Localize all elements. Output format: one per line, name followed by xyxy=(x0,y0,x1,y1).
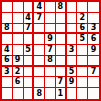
cell-r2c6[interactable] xyxy=(56,13,67,24)
cell-r1c8[interactable] xyxy=(77,2,88,13)
cell-r2c5[interactable] xyxy=(45,13,56,24)
cell-r3c1[interactable]: 8 xyxy=(2,24,13,35)
cell-r9c3[interactable] xyxy=(24,88,35,99)
cell-r4c6[interactable] xyxy=(56,34,67,45)
cell-r1c5[interactable] xyxy=(45,2,56,13)
cell-r4c7[interactable] xyxy=(67,34,78,45)
cell-r1c1[interactable] xyxy=(2,2,13,13)
cell-r2c1[interactable] xyxy=(2,13,13,24)
cell-r7c4[interactable] xyxy=(34,67,45,78)
cell-r8c9[interactable] xyxy=(88,77,99,88)
cell-r2c4[interactable]: 7 xyxy=(34,13,45,24)
cell-r6c2[interactable]: 9 xyxy=(13,56,24,67)
cell-r1c3[interactable] xyxy=(24,2,35,13)
cell-r9c7[interactable] xyxy=(67,88,78,99)
cell-r3c9[interactable]: 3 xyxy=(88,24,99,35)
cell-r8c1[interactable] xyxy=(2,77,13,88)
cell-r3c7[interactable] xyxy=(67,24,78,35)
cell-r6c3[interactable] xyxy=(24,56,35,67)
cell-r2c2[interactable] xyxy=(13,13,24,24)
cell-r4c4[interactable] xyxy=(34,34,45,45)
cell-r5c4[interactable] xyxy=(34,45,45,56)
cell-r3c6[interactable] xyxy=(56,24,67,35)
cell-r7c7[interactable]: 5 xyxy=(67,67,78,78)
cell-r4c9[interactable]: 6 xyxy=(88,34,99,45)
cell-r9c1[interactable] xyxy=(2,88,13,99)
cell-r8c2[interactable]: 6 xyxy=(13,77,24,88)
cell-r5c3[interactable]: 5 xyxy=(24,45,35,56)
cell-r3c3[interactable]: 7 xyxy=(24,24,35,35)
cell-r1c9[interactable] xyxy=(88,2,99,13)
cell-r7c5[interactable] xyxy=(45,67,56,78)
cell-r4c8[interactable]: 5 xyxy=(77,34,88,45)
cell-r6c9[interactable] xyxy=(88,56,99,67)
cell-r6c5[interactable]: 8 xyxy=(45,56,56,67)
cell-r3c2[interactable] xyxy=(13,24,24,35)
cell-r2c7[interactable] xyxy=(67,13,78,24)
cell-r7c6[interactable] xyxy=(56,67,67,78)
cell-r9c8[interactable] xyxy=(77,88,88,99)
cell-r6c4[interactable] xyxy=(34,56,45,67)
cell-r6c8[interactable] xyxy=(77,56,88,67)
cell-r8c6[interactable]: 7 xyxy=(56,77,67,88)
cell-r1c6[interactable]: 8 xyxy=(56,2,67,13)
cell-r3c5[interactable] xyxy=(45,24,56,35)
cell-r9c2[interactable] xyxy=(13,88,24,99)
cell-r4c2[interactable] xyxy=(13,34,24,45)
cell-r1c7[interactable] xyxy=(67,2,78,13)
cell-r1c4[interactable]: 4 xyxy=(34,2,45,13)
cell-r7c8[interactable] xyxy=(77,67,88,78)
cell-r3c4[interactable] xyxy=(34,24,45,35)
cell-r8c3[interactable] xyxy=(24,77,35,88)
cell-r5c5[interactable]: 7 xyxy=(45,45,56,56)
cell-r6c1[interactable]: 6 xyxy=(2,56,13,67)
cell-r6c7[interactable] xyxy=(67,56,78,67)
cell-r7c9[interactable]: 7 xyxy=(88,67,99,78)
cell-r5c6[interactable] xyxy=(56,45,67,56)
cell-r5c2[interactable] xyxy=(13,45,24,56)
cell-r9c6[interactable]: 1 xyxy=(56,88,67,99)
cell-r1c2[interactable] xyxy=(13,2,24,13)
cell-r9c4[interactable]: 8 xyxy=(34,88,45,99)
cell-r8c5[interactable] xyxy=(45,77,56,88)
cell-r4c5[interactable]: 9 xyxy=(45,34,56,45)
cell-r9c9[interactable] xyxy=(88,88,99,99)
cell-r5c8[interactable] xyxy=(77,45,88,56)
cell-r3c8[interactable]: 6 xyxy=(77,24,88,35)
cell-r8c4[interactable] xyxy=(34,77,45,88)
sudoku-board: 48472876395645739698325767981 xyxy=(0,0,101,101)
cell-r2c8[interactable]: 2 xyxy=(77,13,88,24)
cell-r8c7[interactable]: 9 xyxy=(67,77,78,88)
cell-r9c5[interactable] xyxy=(45,88,56,99)
cell-r4c1[interactable] xyxy=(2,34,13,45)
cell-r7c2[interactable]: 2 xyxy=(13,67,24,78)
cell-r5c7[interactable]: 3 xyxy=(67,45,78,56)
cell-r2c9[interactable] xyxy=(88,13,99,24)
cell-r7c1[interactable]: 3 xyxy=(2,67,13,78)
cell-r6c6[interactable] xyxy=(56,56,67,67)
cell-r2c3[interactable]: 4 xyxy=(24,13,35,24)
cell-r8c8[interactable] xyxy=(77,77,88,88)
cell-r7c3[interactable] xyxy=(24,67,35,78)
cell-r4c3[interactable] xyxy=(24,34,35,45)
cell-r5c9[interactable]: 9 xyxy=(88,45,99,56)
cell-r5c1[interactable]: 4 xyxy=(2,45,13,56)
